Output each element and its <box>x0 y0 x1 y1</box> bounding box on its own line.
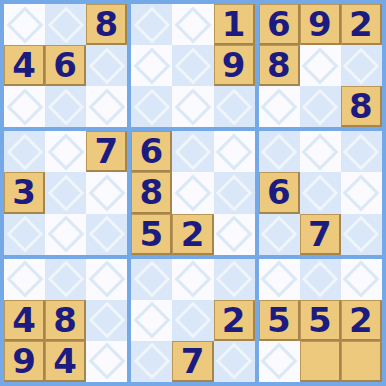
cell-r1c8[interactable]: 9 <box>300 4 341 45</box>
diamond-pattern-icon <box>216 343 253 380</box>
diamond-pattern-icon <box>302 133 339 170</box>
cell-r2c3[interactable] <box>86 45 127 86</box>
cell-r3c4[interactable] <box>131 86 172 127</box>
diamond-pattern-icon <box>88 175 125 212</box>
cell-r4c3[interactable]: 7 <box>86 131 127 172</box>
cell-r4c4[interactable]: 6 <box>131 131 172 172</box>
cell-r6c8[interactable]: 7 <box>300 214 341 255</box>
cell-r1c7[interactable]: 6 <box>259 4 300 45</box>
cell-r5c8[interactable] <box>300 172 341 213</box>
cell-r4c2[interactable] <box>45 131 86 172</box>
cell-r8c5[interactable] <box>172 300 213 341</box>
cell-r5c4[interactable]: 8 <box>131 172 172 213</box>
diamond-pattern-icon <box>175 88 212 125</box>
diamond-pattern-icon <box>343 175 380 212</box>
cell-r1c6[interactable]: 1 <box>214 4 255 45</box>
cell-r2c2[interactable]: 6 <box>45 45 86 86</box>
diamond-pattern-icon <box>302 175 339 212</box>
diamond-pattern-icon <box>88 47 125 84</box>
cell-r8c7[interactable]: 5 <box>259 300 300 341</box>
cell-r3c5[interactable] <box>172 86 213 127</box>
cell-r8c4[interactable] <box>131 300 172 341</box>
cell-r2c9[interactable] <box>341 45 382 86</box>
diamond-pattern-icon <box>261 343 298 380</box>
cell-r9c7[interactable] <box>259 341 300 382</box>
cell-r8c1[interactable]: 4 <box>4 300 45 341</box>
diamond-pattern-icon <box>302 261 339 298</box>
diamond-pattern-icon <box>216 88 253 125</box>
diamond-pattern-icon <box>343 261 380 298</box>
cell-r2c5[interactable] <box>172 45 213 86</box>
cell-r4c7[interactable] <box>259 131 300 172</box>
diamond-pattern-icon <box>47 216 84 253</box>
cell-r7c3[interactable] <box>86 259 127 300</box>
cell-r7c9[interactable] <box>341 259 382 300</box>
cell-r5c6[interactable] <box>214 172 255 213</box>
cell-r4c9[interactable] <box>341 131 382 172</box>
cell-r9c1[interactable]: 9 <box>4 341 45 382</box>
cell-r3c8[interactable] <box>300 86 341 127</box>
diamond-pattern-icon <box>343 216 380 253</box>
cell-r9c2[interactable]: 4 <box>45 341 86 382</box>
cell-r3c1[interactable] <box>4 86 45 127</box>
box-5: 6852 <box>131 131 254 254</box>
cell-r4c5[interactable] <box>172 131 213 172</box>
diamond-pattern-icon <box>175 175 212 212</box>
diamond-pattern-icon <box>133 6 170 43</box>
box-7: 4894 <box>4 259 127 382</box>
diamond-pattern-icon <box>47 261 84 298</box>
cell-r1c4[interactable] <box>131 4 172 45</box>
cell-r3c9[interactable]: 8 <box>341 86 382 127</box>
diamond-pattern-icon <box>175 261 212 298</box>
cell-r4c6[interactable] <box>214 131 255 172</box>
diamond-pattern-icon <box>6 216 43 253</box>
box-2: 19 <box>131 4 254 127</box>
cell-r7c6[interactable] <box>214 259 255 300</box>
diamond-pattern-icon <box>343 47 380 84</box>
cell-r1c3[interactable]: 8 <box>86 4 127 45</box>
diamond-pattern-icon <box>216 133 253 170</box>
cell-r6c9[interactable] <box>341 214 382 255</box>
cell-r2c1[interactable]: 4 <box>4 45 45 86</box>
diamond-pattern-icon <box>216 216 253 253</box>
cell-r7c1[interactable] <box>4 259 45 300</box>
diamond-pattern-icon <box>88 302 125 339</box>
cell-r1c5[interactable] <box>172 4 213 45</box>
cell-r2c8[interactable] <box>300 45 341 86</box>
cell-r8c3[interactable] <box>86 300 127 341</box>
cell-r7c5[interactable] <box>172 259 213 300</box>
cell-r7c4[interactable] <box>131 259 172 300</box>
diamond-pattern-icon <box>6 133 43 170</box>
cell-r3c3[interactable] <box>86 86 127 127</box>
diamond-pattern-icon <box>261 216 298 253</box>
cell-r3c6[interactable] <box>214 86 255 127</box>
diamond-pattern-icon <box>261 88 298 125</box>
cell-r4c8[interactable] <box>300 131 341 172</box>
cell-r4c1[interactable] <box>4 131 45 172</box>
cell-r5c3[interactable] <box>86 172 127 213</box>
cell-r1c9[interactable]: 2 <box>341 4 382 45</box>
diamond-pattern-icon <box>343 133 380 170</box>
cell-r2c6[interactable]: 9 <box>214 45 255 86</box>
cell-r9c4[interactable] <box>131 341 172 382</box>
cell-r7c7[interactable] <box>259 259 300 300</box>
cell-r5c7[interactable]: 6 <box>259 172 300 213</box>
cell-r9c5[interactable]: 7 <box>172 341 213 382</box>
box-9: 552 <box>259 259 382 382</box>
cell-r5c2[interactable] <box>45 172 86 213</box>
diamond-pattern-icon <box>88 343 125 380</box>
cell-r7c2[interactable] <box>45 259 86 300</box>
diamond-pattern-icon <box>261 133 298 170</box>
cell-r8c6[interactable]: 2 <box>214 300 255 341</box>
cell-r8c2[interactable]: 8 <box>45 300 86 341</box>
diamond-pattern-icon <box>175 47 212 84</box>
diamond-pattern-icon <box>133 343 170 380</box>
diamond-pattern-icon <box>133 47 170 84</box>
cell-r9c9[interactable] <box>341 341 382 382</box>
box-3: 69288 <box>259 4 382 127</box>
diamond-pattern-icon <box>47 6 84 43</box>
diamond-pattern-icon <box>88 216 125 253</box>
diamond-pattern-icon <box>6 6 43 43</box>
diamond-pattern-icon <box>47 175 84 212</box>
cell-r2c7[interactable]: 8 <box>259 45 300 86</box>
cell-r6c1[interactable] <box>4 214 45 255</box>
diamond-pattern-icon <box>175 6 212 43</box>
cell-r5c9[interactable] <box>341 172 382 213</box>
cell-r1c2[interactable] <box>45 4 86 45</box>
diamond-pattern-icon <box>302 88 339 125</box>
cell-r6c6[interactable] <box>214 214 255 255</box>
cell-r3c7[interactable] <box>259 86 300 127</box>
cell-r7c8[interactable] <box>300 259 341 300</box>
cell-r9c8[interactable] <box>300 341 341 382</box>
cell-r3c2[interactable] <box>45 86 86 127</box>
cell-r9c3[interactable] <box>86 341 127 382</box>
cell-r6c3[interactable] <box>86 214 127 255</box>
cell-r8c8[interactable]: 5 <box>300 300 341 341</box>
diamond-pattern-icon <box>6 88 43 125</box>
diamond-pattern-icon <box>88 261 125 298</box>
box-1: 846 <box>4 4 127 127</box>
diamond-pattern-icon <box>175 302 212 339</box>
box-8: 27 <box>131 259 254 382</box>
diamond-pattern-icon <box>302 47 339 84</box>
cell-r6c4[interactable]: 5 <box>131 214 172 255</box>
cell-r6c7[interactable] <box>259 214 300 255</box>
diamond-pattern-icon <box>133 88 170 125</box>
diamond-pattern-icon <box>175 133 212 170</box>
diamond-pattern-icon <box>261 261 298 298</box>
diamond-pattern-icon <box>216 261 253 298</box>
box-4: 73 <box>4 131 127 254</box>
diamond-pattern-icon <box>6 261 43 298</box>
diamond-pattern-icon <box>47 88 84 125</box>
diamond-pattern-icon <box>216 175 253 212</box>
diamond-pattern-icon <box>88 88 125 125</box>
cell-r2c4[interactable] <box>131 45 172 86</box>
sudoku-board: 846196928873685267489427552 <box>0 0 386 386</box>
cell-r5c5[interactable] <box>172 172 213 213</box>
diamond-pattern-icon <box>133 261 170 298</box>
cell-r9c6[interactable] <box>214 341 255 382</box>
diamond-pattern-icon <box>133 302 170 339</box>
cell-r5c1[interactable]: 3 <box>4 172 45 213</box>
diamond-pattern-icon <box>47 133 84 170</box>
cell-r6c2[interactable] <box>45 214 86 255</box>
cell-r1c1[interactable] <box>4 4 45 45</box>
cell-r8c9[interactable]: 2 <box>341 300 382 341</box>
cell-r6c5[interactable]: 2 <box>172 214 213 255</box>
box-6: 67 <box>259 131 382 254</box>
